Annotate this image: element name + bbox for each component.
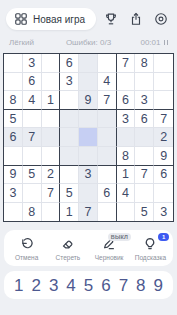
hint-button[interactable]: 1 Подсказка — [130, 237, 170, 261]
draft-label: Черновик — [95, 254, 124, 261]
cell-r6c4[interactable] — [60, 147, 79, 166]
number-pad: 123456789 — [4, 271, 173, 299]
cell-r9c4[interactable]: 1 — [60, 203, 79, 222]
eraser-icon — [61, 237, 75, 251]
cell-r5c8[interactable] — [135, 128, 154, 147]
cell-r6c8[interactable] — [135, 147, 154, 166]
cell-r2c7[interactable] — [117, 73, 136, 92]
mistakes-counter: Ошибки: 0/3 — [62, 38, 115, 47]
cell-r8c7[interactable]: 4 — [117, 184, 136, 203]
cell-r3c8[interactable]: 3 — [135, 91, 154, 110]
cell-r7c8[interactable]: 7 — [135, 166, 154, 185]
top-icons — [104, 12, 168, 26]
cell-r1c1[interactable] — [4, 54, 23, 73]
cell-r8c6[interactable]: 6 — [98, 184, 117, 203]
new-game-button[interactable]: Новая игра — [6, 8, 96, 30]
new-game-label: Новая игра — [33, 14, 85, 25]
cell-r7c9[interactable]: 6 — [154, 166, 173, 185]
cell-r8c9[interactable] — [154, 184, 173, 203]
cell-r5c3[interactable] — [42, 128, 61, 147]
cell-r3c2[interactable]: 4 — [23, 91, 42, 110]
cell-r9c3[interactable] — [42, 203, 61, 222]
trophy-icon[interactable] — [104, 12, 118, 26]
numpad-3[interactable]: 3 — [49, 277, 58, 294]
numpad-4[interactable]: 4 — [66, 277, 75, 294]
timer: 00:01 — [140, 38, 160, 47]
cell-r3c6[interactable]: 7 — [98, 91, 117, 110]
draft-button[interactable]: ВЫКЛ Черновик — [89, 237, 129, 261]
cell-r1c8[interactable]: 8 — [135, 54, 154, 73]
bulb-icon — [143, 237, 157, 251]
cell-r3c7[interactable]: 6 — [117, 91, 136, 110]
cell-r1c6[interactable] — [98, 54, 117, 73]
cell-r5c6[interactable] — [98, 128, 117, 147]
status-bar: Лёгкий Ошибки: 0/3 00:01 — [0, 38, 177, 47]
cell-r9c6[interactable] — [98, 203, 117, 222]
cell-r6c1[interactable] — [4, 147, 23, 166]
cell-r5c1[interactable]: 6 — [4, 128, 23, 147]
cell-r5c7[interactable] — [117, 128, 136, 147]
cell-r9c8[interactable]: 5 — [135, 203, 154, 222]
numpad-5[interactable]: 5 — [84, 277, 93, 294]
cell-r3c9[interactable] — [154, 91, 173, 110]
pause-icon[interactable] — [164, 40, 169, 45]
cell-r8c3[interactable]: 7 — [42, 184, 61, 203]
cell-r2c2[interactable]: 6 — [23, 73, 42, 92]
cell-r7c7[interactable]: 1 — [117, 166, 136, 185]
cell-r2c1[interactable] — [4, 73, 23, 92]
cell-r5c4[interactable] — [60, 128, 79, 147]
cell-r5c9[interactable]: 2 — [154, 128, 173, 147]
cell-r4c8[interactable]: 6 — [135, 110, 154, 129]
sudoku-board: 3678634841976353676728995231763756481753 — [3, 53, 174, 222]
numpad-8[interactable]: 8 — [136, 277, 145, 294]
cell-r7c1[interactable]: 9 — [4, 166, 23, 185]
cell-r4c3[interactable] — [42, 110, 61, 129]
cell-r3c3[interactable]: 1 — [42, 91, 61, 110]
apps-icon — [14, 12, 28, 26]
cell-r8c5[interactable] — [79, 184, 98, 203]
cell-r8c4[interactable]: 5 — [60, 184, 79, 203]
numpad-7[interactable]: 7 — [119, 277, 128, 294]
undo-icon — [20, 237, 34, 251]
cell-r2c3[interactable] — [42, 73, 61, 92]
cell-r2c9[interactable] — [154, 73, 173, 92]
cell-r5c2[interactable]: 7 — [23, 128, 42, 147]
share-icon[interactable] — [129, 12, 143, 26]
cell-r2c6[interactable]: 4 — [98, 73, 117, 92]
cell-r1c2[interactable]: 3 — [23, 54, 42, 73]
erase-label: Стереть — [56, 254, 81, 261]
difficulty-label: Лёгкий — [9, 38, 62, 47]
cell-r7c6[interactable] — [98, 166, 117, 185]
cell-r1c3[interactable] — [42, 54, 61, 73]
cell-r9c9[interactable]: 3 — [154, 203, 173, 222]
numpad-9[interactable]: 9 — [154, 277, 163, 294]
cell-r6c3[interactable] — [42, 147, 61, 166]
cell-r6c7[interactable]: 8 — [117, 147, 136, 166]
undo-button[interactable]: Отмена — [7, 237, 47, 261]
numpad-6[interactable]: 6 — [101, 277, 110, 294]
toolbar: Отмена Стереть ВЫКЛ Черновик 1 Подск — [4, 230, 173, 266]
cell-r4c7[interactable]: 3 — [117, 110, 136, 129]
cell-r3c4[interactable] — [60, 91, 79, 110]
hint-count-badge: 1 — [158, 233, 169, 241]
cell-r4c4[interactable] — [60, 110, 79, 129]
erase-button[interactable]: Стереть — [48, 237, 88, 261]
cell-r2c8[interactable] — [135, 73, 154, 92]
cell-r7c3[interactable]: 2 — [42, 166, 61, 185]
cell-r4c5[interactable] — [79, 110, 98, 129]
numpad-1[interactable]: 1 — [14, 277, 23, 294]
cell-r9c2[interactable]: 8 — [23, 203, 42, 222]
cell-r9c7[interactable] — [117, 203, 136, 222]
cell-r4c9[interactable]: 7 — [154, 110, 173, 129]
cell-r8c1[interactable]: 3 — [4, 184, 23, 203]
cell-r7c2[interactable]: 5 — [23, 166, 42, 185]
cell-r4c2[interactable] — [23, 110, 42, 129]
cell-r1c5[interactable] — [79, 54, 98, 73]
cell-r2c4[interactable]: 3 — [60, 73, 79, 92]
settings-icon[interactable] — [154, 12, 168, 26]
cell-r1c9[interactable] — [154, 54, 173, 73]
cell-r9c5[interactable]: 7 — [79, 203, 98, 222]
cell-r7c5[interactable]: 3 — [79, 166, 98, 185]
cell-r6c2[interactable] — [23, 147, 42, 166]
cell-r3c5[interactable]: 9 — [79, 91, 98, 110]
cell-r8c2[interactable] — [23, 184, 42, 203]
cell-r2c5[interactable] — [79, 73, 98, 92]
cell-r7c4[interactable] — [60, 166, 79, 185]
cell-r3c1[interactable]: 8 — [4, 91, 23, 110]
cell-r1c4[interactable]: 6 — [60, 54, 79, 73]
cell-r8c8[interactable] — [135, 184, 154, 203]
cell-r6c9[interactable]: 9 — [154, 147, 173, 166]
cell-r4c6[interactable] — [98, 110, 117, 129]
cell-r4c1[interactable]: 5 — [4, 110, 23, 129]
cell-r1c7[interactable]: 7 — [117, 54, 136, 73]
undo-label: Отмена — [15, 254, 38, 261]
hint-label: Подсказка — [135, 254, 166, 261]
cell-r5c5[interactable] — [79, 128, 98, 147]
cell-r6c6[interactable] — [98, 147, 117, 166]
cell-r6c5[interactable] — [79, 147, 98, 166]
cell-r9c1[interactable] — [4, 203, 23, 222]
draft-off-badge: ВЫКЛ — [108, 233, 131, 241]
top-bar: Новая игра — [0, 0, 177, 30]
numpad-2[interactable]: 2 — [31, 277, 40, 294]
